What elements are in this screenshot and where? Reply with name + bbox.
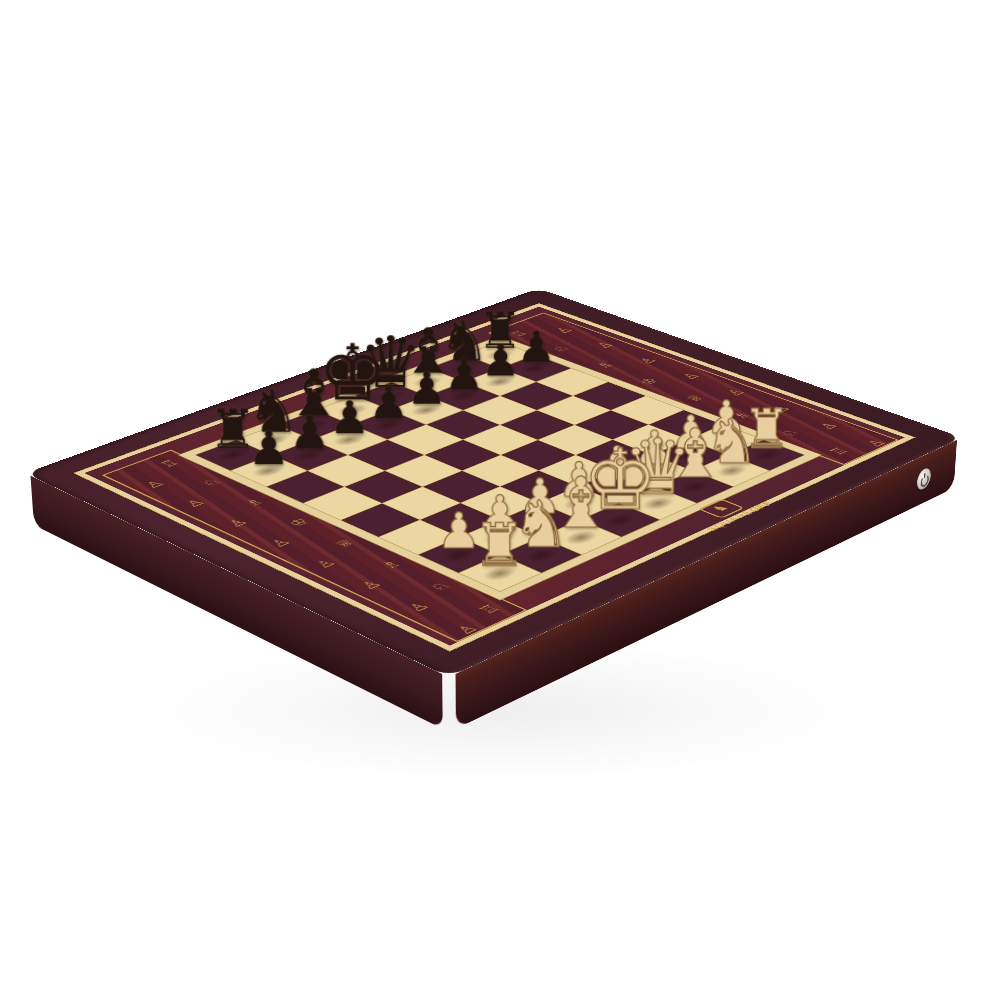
tray-piece-icon: ♙ bbox=[357, 579, 385, 591]
tray-piece-icon: ♙ bbox=[267, 537, 294, 549]
tray-piece-icon: ♙ bbox=[311, 558, 338, 570]
tray-piece-icon: ♘ bbox=[425, 580, 453, 593]
tray-piece-icon: ♗ bbox=[241, 497, 267, 508]
tray-piece-icon: ♙ bbox=[636, 356, 660, 365]
tray-piece-icon: ♙ bbox=[815, 421, 840, 431]
tray-piece-icon: ♗ bbox=[377, 558, 405, 570]
board-top-face: ♙♙♙♙♙♙♙♙ ♖♘♗♔♕♗♘♖ ♖♘♗♔♕♗♘♖ ♙♙♙♙♙♙♙♙ ♜♞♝♚… bbox=[26, 288, 962, 677]
tray-piece-icon: ♔ bbox=[285, 517, 312, 528]
chessboard-box: ♙♙♙♙♙♙♙♙ ♖♘♗♔♕♗♘♖ ♖♘♗♔♕♗♘♖ ♙♙♙♙♙♙♙♙ ♜♞♝♚… bbox=[26, 288, 962, 677]
tray-piece-icon: ♙ bbox=[452, 623, 481, 636]
tray-piece-icon: ♘ bbox=[198, 477, 224, 488]
logo-text-off: OFF bbox=[745, 500, 776, 514]
black-pawn: ♟ bbox=[223, 426, 314, 470]
tray-piece-icon: ♙ bbox=[404, 600, 432, 613]
tray-piece-icon: ♙ bbox=[593, 341, 616, 350]
tray-piece-icon: ♙ bbox=[224, 517, 251, 528]
white-rook: ♜ bbox=[451, 517, 549, 573]
tray-piece-icon: ♙ bbox=[141, 479, 167, 490]
tray-piece-icon: ♔ bbox=[637, 377, 661, 386]
board-square-h1: ♜ bbox=[459, 555, 540, 591]
tray-piece-icon: ♙ bbox=[863, 438, 888, 448]
tray-piece-icon: ♕ bbox=[331, 537, 358, 549]
power-icon bbox=[920, 473, 929, 489]
tray-piece-icon: ♙ bbox=[182, 498, 208, 509]
tray-piece-icon: ♗ bbox=[593, 360, 617, 369]
tray-piece-icon: ♙ bbox=[679, 372, 703, 381]
tray-piece-icon: ♖ bbox=[157, 458, 183, 469]
power-button bbox=[917, 466, 932, 492]
tray-piece-icon: ♖ bbox=[826, 446, 852, 456]
product-photo-scene: ♙♙♙♙♙♙♙♙ ♖♘♗♔♕♗♘♖ ♖♘♗♔♕♗♘♖ ♙♙♙♙♙♙♙♙ ♜♞♝♚… bbox=[0, 0, 1000, 1000]
tray-piece-icon: ♖ bbox=[475, 603, 503, 616]
